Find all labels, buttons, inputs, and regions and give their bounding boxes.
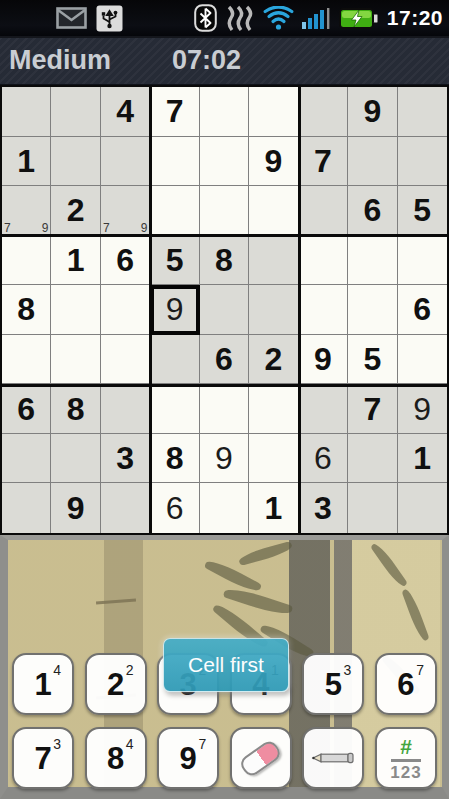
cell-r6c4[interactable] [150,335,199,385]
bamboo-leaf [238,541,294,566]
number-mode-icon: #123 [390,736,421,781]
cell-r7c1[interactable]: 6 [2,384,51,434]
given-digit: 9 [265,145,283,177]
gmail-icon [56,7,87,29]
eraser-button[interactable] [230,727,292,789]
sudoku-board: 4791977927965165889662956879389619613 [0,85,449,535]
cell-r8c5[interactable]: 9 [200,434,249,484]
user-digit: 9 [413,393,431,425]
status-bar-left-icons [56,5,123,32]
block-divider-horizontal-1 [2,234,447,237]
bamboo-node [96,599,136,605]
cell-r1c4[interactable]: 7 [150,87,199,137]
cell-r1c7[interactable] [299,87,348,137]
game-header: Medium 07:02 [0,38,449,85]
cell-r1c9[interactable] [398,87,447,137]
given-digit: 1 [67,244,85,276]
cell-r9c6[interactable]: 1 [249,483,298,533]
cell-r7c3[interactable] [101,384,150,434]
user-digit: 6 [166,492,184,524]
battery-charging-icon [339,7,379,30]
cell-r4c6[interactable] [249,236,298,286]
cell-r4c1[interactable] [2,236,51,286]
cell-r7c4[interactable] [150,384,199,434]
key-1[interactable]: 14 [12,653,74,715]
cell-r6c7[interactable]: 9 [299,335,348,385]
status-bar: 17:20 [0,0,449,38]
given-digit: 2 [265,343,283,375]
cell-r9c7[interactable]: 3 [299,483,348,533]
key-digit-label: 5 [325,669,342,700]
bamboo-leaf [370,541,408,589]
cell-r9c3[interactable] [101,483,150,533]
cell-r5c9[interactable]: 6 [398,285,447,335]
hint-tooltip: Cell first [163,638,289,692]
key-digit-label: 7 [34,743,51,774]
cell-r3c2[interactable]: 2 [51,186,100,236]
given-digit: 9 [67,492,85,524]
cell-r8c2[interactable] [51,434,100,484]
cell-r7c8[interactable]: 7 [348,384,397,434]
given-digit: 2 [67,194,85,226]
media-waves-icon [225,5,255,32]
cell-r2c5[interactable] [200,137,249,187]
cell-r3c4[interactable] [150,186,199,236]
key-placed-count: 2 [126,663,134,677]
key-placed-count: 4 [53,663,61,677]
cell-r6c5[interactable]: 6 [200,335,249,385]
signal-strength-icon [302,6,331,30]
eraser-icon [238,738,284,779]
cell-r2c8[interactable] [348,137,397,187]
difficulty-label: Medium [9,45,111,76]
cell-r1c6[interactable] [249,87,298,137]
given-digit: 8 [67,393,85,425]
block-divider-horizontal-2 [2,384,447,387]
given-digit: 9 [363,95,381,127]
cell-r5c5[interactable] [200,285,249,335]
given-digit: 3 [116,442,134,474]
key-5[interactable]: 53 [302,653,364,715]
cell-r5c4[interactable]: 9 [150,285,199,335]
given-digit: 6 [215,343,233,375]
cell-r3c9[interactable]: 5 [398,186,447,236]
given-digit: 6 [116,244,134,276]
key-placed-count: 3 [53,737,61,751]
given-digit: 1 [265,492,283,524]
given-digit: 8 [17,293,35,325]
given-digit: 3 [314,492,332,524]
key-digit-label: 8 [107,743,124,774]
cell-r5c6[interactable] [249,285,298,335]
pencil-icon [310,746,356,770]
keypad-row-2: 738497#123 [0,727,449,789]
mode-hash-glyph: # [400,736,412,757]
cell-r1c1[interactable] [2,87,51,137]
cell-r8c8[interactable] [348,434,397,484]
cell-r2c9[interactable] [398,137,447,187]
cell-r8c4[interactable]: 8 [150,434,199,484]
cell-r3c3[interactable]: 79 [101,186,150,236]
key-placed-count: 3 [344,663,352,677]
given-digit: 6 [17,393,35,425]
given-digit: 8 [166,442,184,474]
sudoku-app-screen: 17:20 Medium 07:02 479197792796516588966… [0,0,449,799]
given-digit: 4 [116,95,134,127]
cell-r1c2[interactable] [51,87,100,137]
pencil-marks: 79 [3,187,49,234]
bluetooth-icon [194,4,217,32]
cell-r7c7[interactable] [299,384,348,434]
key-placed-count: 7 [416,663,424,677]
cell-r2c4[interactable] [150,137,199,187]
cell-r6c9[interactable] [398,335,447,385]
cell-r4c4[interactable]: 5 [150,236,199,286]
cell-r8c7[interactable]: 6 [299,434,348,484]
timer-display: 07:02 [172,45,241,76]
given-digit: 1 [413,442,431,474]
cell-r5c3[interactable] [101,285,150,335]
key-2[interactable]: 22 [85,653,147,715]
cell-r1c8[interactable]: 9 [348,87,397,137]
cell-r6c6[interactable]: 2 [249,335,298,385]
given-digit: 1 [17,145,35,177]
given-digit: 7 [363,393,381,425]
mode-123-glyph: 123 [390,764,421,781]
key-digit-label: 1 [34,669,51,700]
cell-r9c1[interactable] [2,483,51,533]
given-digit: 7 [314,145,332,177]
cell-r2c7[interactable]: 7 [299,137,348,187]
cell-r1c5[interactable] [200,87,249,137]
given-digit: 6 [363,194,381,226]
cell-r9c5[interactable] [200,483,249,533]
cell-r6c2[interactable] [51,335,100,385]
given-digit: 7 [166,95,184,127]
cell-r4c9[interactable] [398,236,447,286]
key-8[interactable]: 84 [85,727,147,789]
cell-r4c8[interactable] [348,236,397,286]
wifi-icon [263,6,294,31]
key-9[interactable]: 97 [157,727,219,789]
cell-r3c7[interactable] [299,186,348,236]
cell-r7c9[interactable]: 9 [398,384,447,434]
cell-r5c1[interactable]: 8 [2,285,51,335]
cell-r3c5[interactable] [200,186,249,236]
given-digit: 5 [413,194,431,226]
given-digit: 5 [363,343,381,375]
cell-r6c3[interactable] [101,335,150,385]
key-placed-count: 7 [198,737,206,751]
cell-r2c6[interactable]: 9 [249,137,298,187]
cell-r5c2[interactable] [51,285,100,335]
cell-r7c6[interactable] [249,384,298,434]
cell-r8c1[interactable] [2,434,51,484]
cell-r2c2[interactable] [51,137,100,187]
cell-r6c8[interactable]: 5 [348,335,397,385]
given-digit: 9 [314,343,332,375]
block-divider-vertical-2 [298,87,301,533]
cell-r7c5[interactable] [200,384,249,434]
cell-r3c1[interactable]: 79 [2,186,51,236]
cell-r5c8[interactable] [348,285,397,335]
cell-r2c1[interactable]: 1 [2,137,51,187]
cell-r8c9[interactable]: 1 [398,434,447,484]
key-digit-label: 9 [180,743,197,774]
given-digit: 8 [215,244,233,276]
key-7[interactable]: 73 [12,727,74,789]
cell-r9c4[interactable]: 6 [150,483,199,533]
cell-r4c5[interactable]: 8 [200,236,249,286]
key-placed-count: 4 [126,737,134,751]
key-digit-label: 6 [397,669,414,700]
pencil-marks: 79 [102,187,148,234]
usb-icon [96,5,123,32]
hint-tooltip-text: Cell first [188,653,264,677]
cell-r9c2[interactable]: 9 [51,483,100,533]
cell-r1c3[interactable]: 4 [101,87,150,137]
user-digit: 9 [166,293,184,325]
input-mode-button[interactable]: #123 [375,727,437,789]
key-digit-label: 2 [107,669,124,700]
bamboo-leaf [401,587,429,642]
cell-r4c2[interactable]: 1 [51,236,100,286]
cell-r7c2[interactable]: 8 [51,384,100,434]
clock-time: 17:20 [387,6,443,30]
cell-r5c7[interactable] [299,285,348,335]
cell-r3c8[interactable]: 6 [348,186,397,236]
cell-r6c1[interactable] [2,335,51,385]
key-6[interactable]: 67 [375,653,437,715]
user-digit: 9 [215,442,233,474]
cell-r3c6[interactable] [249,186,298,236]
user-digit: 6 [314,442,332,474]
cell-r8c6[interactable] [249,434,298,484]
cell-r8c3[interactable]: 3 [101,434,150,484]
cell-r2c3[interactable] [101,137,150,187]
given-digit: 5 [166,244,184,276]
cell-r4c7[interactable] [299,236,348,286]
cell-r4c3[interactable]: 6 [101,236,150,286]
cell-r9c9[interactable] [398,483,447,533]
pencil-button[interactable] [302,727,364,789]
cell-r9c8[interactable] [348,483,397,533]
status-bar-right-icons: 17:20 [194,4,443,32]
mode-divider [391,759,421,762]
given-digit: 6 [413,293,431,325]
